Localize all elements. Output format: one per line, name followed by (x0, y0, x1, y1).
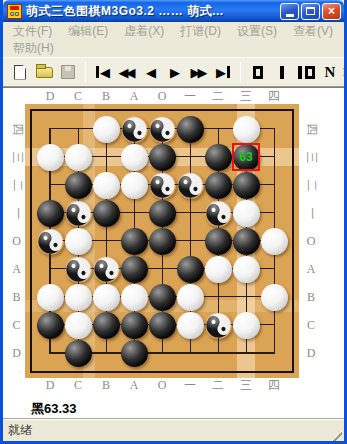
resize-grip[interactable] (329, 428, 342, 441)
new-file-icon (14, 65, 26, 80)
move-score-text: 黑63.33 (31, 400, 344, 418)
taiji-stone-mode-button[interactable] (295, 61, 317, 83)
app-icon: GO (7, 4, 22, 19)
stone-white[interactable] (37, 284, 64, 311)
col-label: 三 (232, 89, 260, 104)
window-controls: × (280, 3, 341, 20)
stone-black[interactable] (65, 340, 92, 367)
back-one-move-icon: ◀ (146, 66, 156, 79)
row-label: A (8, 255, 25, 283)
left-coordinate-labels: 四三二一OABCD (8, 104, 25, 378)
stone-taiji[interactable] (205, 312, 232, 339)
go-first-move-icon: ◀ (100, 66, 110, 79)
fast-forward-button[interactable]: ▶▶ (188, 61, 210, 83)
stone-white[interactable] (93, 172, 120, 199)
stone-black[interactable] (149, 284, 176, 311)
open-file-button[interactable] (33, 61, 55, 83)
app-icon-glyph (10, 6, 19, 10)
last-move-marker: 63 (232, 143, 260, 171)
col-label: 一 (176, 378, 204, 393)
stone-white[interactable] (121, 172, 148, 199)
col-label: A (120, 89, 148, 104)
stone-black[interactable] (205, 228, 232, 255)
new-file-button[interactable] (9, 61, 31, 83)
menu-row-2: 帮助(H) (5, 40, 344, 57)
row-label: O (303, 227, 319, 255)
stone-taiji[interactable] (65, 200, 92, 227)
board-graphic: DCBAO一二三四 四三二一OABCD 63 四三二一OABCD DCBAO一二… (3, 88, 344, 418)
taiji-stone-mode-icon (305, 66, 315, 79)
bottom-coordinate-labels: DCBAO一二三四 (8, 378, 344, 393)
row-label: D (8, 339, 25, 367)
go-last-move-icon: ▶ (216, 66, 226, 79)
row-label-text: D (307, 346, 316, 361)
go-first-move-icon (96, 66, 99, 78)
row-label: 二 (8, 171, 25, 199)
stone-black[interactable] (149, 144, 176, 171)
stone-white[interactable] (65, 228, 92, 255)
row-label: B (8, 283, 25, 311)
col-label: A (120, 378, 148, 393)
stone-white[interactable] (121, 284, 148, 311)
white-stone-mode-icon (253, 66, 263, 79)
row-label-text: 二 (8, 179, 25, 191)
menu-item[interactable]: 帮助(H) (5, 39, 62, 58)
stone-taiji[interactable] (65, 256, 92, 283)
stone-black[interactable] (93, 312, 120, 339)
stone-white[interactable] (121, 144, 148, 171)
stone-black[interactable] (233, 228, 260, 255)
stone-white[interactable] (261, 284, 288, 311)
stone-black[interactable] (121, 256, 148, 283)
black-stone-mode-icon (280, 66, 284, 79)
col-label: D (36, 89, 64, 104)
row-label-text: C (12, 318, 20, 333)
top-coordinate-labels: DCBAO一二三四 (8, 89, 344, 104)
black-stone-mode-button[interactable] (271, 61, 293, 83)
right-coordinate-labels: 四三二一OABCD (299, 104, 319, 378)
board-panel: DCBAO一二三四 四三二一OABCD 63 四三二一OABCD DCBAO一二… (3, 87, 344, 423)
stone-white[interactable] (233, 312, 260, 339)
status-bar: 就绪 (3, 419, 344, 441)
col-label: C (64, 378, 92, 393)
stone-black[interactable] (37, 200, 64, 227)
stone-white[interactable] (93, 284, 120, 311)
menu-item[interactable]: 设置(S) (229, 22, 285, 41)
back-one-move-button[interactable]: ◀ (140, 61, 162, 83)
col-label: O (148, 378, 176, 393)
go-board[interactable]: 63 (25, 104, 299, 378)
menu-item[interactable]: 打谱(D) (172, 22, 229, 41)
col-label: O (148, 89, 176, 104)
row-label-text: 一 (303, 207, 320, 219)
row-label: 一 (303, 199, 319, 227)
maximize-icon (306, 7, 315, 15)
row-label: 四 (303, 115, 319, 143)
forward-one-move-button[interactable]: ▶ (164, 61, 186, 83)
col-label: 三 (232, 378, 260, 393)
go-first-move-button[interactable]: ◀ (92, 61, 114, 83)
col-label: 一 (176, 89, 204, 104)
stone-black[interactable] (205, 172, 232, 199)
app-window: GO 萌式三色围棋M3Go3.2 …… 萌式... × 文件(F)编辑(E)虚着… (0, 0, 347, 444)
row-label-text: O (307, 234, 316, 249)
stone-black[interactable] (65, 172, 92, 199)
menu-item[interactable]: 查看(V) (285, 22, 341, 41)
stone-white[interactable] (233, 256, 260, 283)
row-label-text: 三 (303, 151, 320, 163)
row-label-text: B (307, 290, 315, 305)
row-label-text: 一 (8, 207, 25, 219)
row-label-text: 二 (303, 179, 320, 191)
toolbar-separator (240, 62, 241, 82)
row-label-text: A (12, 262, 21, 277)
menu-item[interactable]: 编辑(E) (60, 22, 116, 41)
toolbar-separator (85, 62, 86, 82)
stone-taiji[interactable] (93, 256, 120, 283)
row-label: 三 (8, 143, 25, 171)
stone-black[interactable] (149, 228, 176, 255)
go-last-move-icon (227, 66, 230, 78)
row-label: 二 (303, 171, 319, 199)
col-label: 二 (204, 89, 232, 104)
stone-taiji[interactable] (37, 228, 64, 255)
col-label: 四 (260, 89, 288, 104)
row-label-text: 四 (8, 123, 25, 135)
menu-item[interactable]: 虚着(X) (116, 22, 172, 41)
menu-row-1: 文件(F)编辑(E)虚着(X)打谱(D)设置(S)查看(V) (5, 23, 344, 40)
stone-white[interactable] (65, 284, 92, 311)
close-icon: × (328, 5, 335, 17)
save-file-button[interactable] (57, 61, 79, 83)
stone-white[interactable] (233, 116, 260, 143)
stone-black[interactable] (233, 172, 260, 199)
stone-taiji[interactable] (121, 116, 148, 143)
taiji-stone-mode-icon (298, 66, 302, 79)
fast-back-button[interactable]: ◀◀ (116, 61, 138, 83)
col-label: 二 (204, 378, 232, 393)
row-label-text: 四 (303, 123, 320, 135)
stone-black[interactable] (149, 200, 176, 227)
row-label-text: 三 (8, 151, 25, 163)
stone-taiji[interactable] (177, 172, 204, 199)
close-button[interactable]: × (322, 3, 341, 20)
n-mode-button[interactable]: N (319, 61, 341, 83)
minimize-icon (286, 14, 294, 17)
row-label: B (303, 283, 319, 311)
open-file-icon (36, 67, 53, 78)
stone-white[interactable] (65, 144, 92, 171)
pass-button[interactable]: PASS (343, 58, 347, 87)
status-text: 就绪 (8, 422, 329, 439)
stone-white[interactable] (233, 200, 260, 227)
stone-white[interactable] (93, 116, 120, 143)
row-label-text: A (307, 262, 316, 277)
row-label: 三 (303, 143, 319, 171)
fast-back-icon: ◀ (126, 66, 136, 79)
row-label-text: O (12, 234, 21, 249)
stone-taiji[interactable] (149, 116, 176, 143)
save-file-icon (61, 65, 75, 79)
col-label: D (36, 378, 64, 393)
stone-taiji[interactable] (205, 200, 232, 227)
stone-black[interactable] (121, 228, 148, 255)
row-label: 四 (8, 115, 25, 143)
stone-black[interactable] (93, 200, 120, 227)
row-label-text: D (12, 346, 21, 361)
go-last-move-button[interactable]: ▶ (212, 61, 234, 83)
row-label: O (8, 227, 25, 255)
title-bar[interactable]: GO 萌式三色围棋M3Go3.2 …… 萌式... × (3, 0, 344, 22)
forward-one-move-icon: ▶ (170, 66, 180, 79)
col-label: C (64, 89, 92, 104)
stone-black[interactable] (121, 312, 148, 339)
stone-taiji[interactable] (149, 172, 176, 199)
stone-white[interactable] (37, 144, 64, 171)
fast-forward-icon: ▶ (198, 66, 208, 79)
stone-white[interactable] (177, 284, 204, 311)
stone-white[interactable] (177, 312, 204, 339)
row-label: 一 (8, 199, 25, 227)
row-label-text: B (12, 290, 20, 305)
stone-black[interactable] (205, 144, 232, 171)
stone-black[interactable] (177, 256, 204, 283)
stone-white[interactable] (65, 312, 92, 339)
minimize-button[interactable] (280, 3, 299, 20)
maximize-button[interactable] (301, 3, 320, 20)
stone-white[interactable] (205, 256, 232, 283)
stone-black[interactable] (121, 340, 148, 367)
toolbar: ◀◀◀◀▶▶▶▶NPASS (3, 57, 344, 87)
row-label: C (8, 311, 25, 339)
stone-black[interactable] (149, 312, 176, 339)
col-label: 四 (260, 378, 288, 393)
window-title: 萌式三色围棋M3Go3.2 …… 萌式... (26, 3, 280, 20)
row-label-text: C (307, 318, 315, 333)
menu-bar: 文件(F)编辑(E)虚着(X)打谱(D)设置(S)查看(V) 帮助(H) (3, 22, 344, 57)
col-label: B (92, 89, 120, 104)
last-move-number: 63 (239, 150, 252, 164)
stone-black[interactable] (37, 312, 64, 339)
white-stone-mode-button[interactable] (247, 61, 269, 83)
row-label: A (303, 255, 319, 283)
col-label: B (92, 378, 120, 393)
stone-white[interactable] (261, 228, 288, 255)
row-label: D (303, 339, 319, 367)
row-label: C (303, 311, 319, 339)
stone-black[interactable] (177, 116, 204, 143)
